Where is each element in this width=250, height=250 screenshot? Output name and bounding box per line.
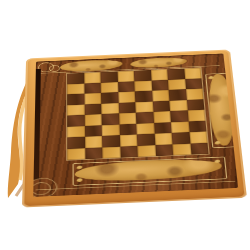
board-square (187, 110, 205, 122)
board-square (118, 91, 135, 102)
board-square (120, 146, 138, 158)
board-square (67, 137, 85, 149)
board-square (119, 134, 137, 146)
board-square (172, 143, 190, 155)
board-square (102, 135, 120, 147)
board-square (117, 81, 134, 92)
board-square (85, 147, 103, 159)
board-square (152, 90, 170, 101)
board-square (153, 111, 171, 123)
board-square (102, 124, 120, 136)
board-square (84, 83, 101, 94)
board-square (172, 132, 190, 144)
rosewood-frame (33, 53, 238, 196)
board-square (119, 123, 137, 135)
board-square (186, 88, 204, 99)
board-square (118, 102, 136, 113)
board-square (67, 104, 84, 115)
board-square (151, 80, 169, 91)
board-square (168, 79, 186, 90)
board-square (136, 112, 154, 124)
board-square (169, 89, 187, 100)
board-square (101, 113, 119, 125)
board-square (170, 110, 188, 122)
board-square (85, 136, 103, 148)
scroll-motif-small (49, 65, 60, 72)
board-square (102, 146, 120, 158)
photo-scene (0, 0, 250, 250)
board-square (101, 103, 118, 114)
board-square (154, 133, 172, 145)
board-square (154, 122, 172, 134)
board-square (185, 78, 203, 89)
board-square (137, 145, 155, 157)
board-square (171, 121, 189, 133)
board-square (189, 131, 207, 143)
board-square (136, 123, 154, 135)
board-square (67, 126, 84, 138)
table-top (22, 50, 247, 208)
board-square (84, 114, 101, 126)
board-square (119, 113, 137, 125)
board-square (101, 92, 118, 103)
board-square (67, 148, 85, 160)
board-square (84, 125, 102, 137)
board-square (188, 120, 206, 132)
board-square (101, 82, 118, 93)
board-square (67, 115, 84, 127)
board-square (67, 83, 84, 94)
board-square (137, 134, 155, 146)
board-square (186, 99, 204, 110)
chessboard (66, 67, 210, 160)
board-square (135, 91, 153, 102)
board-square (169, 100, 187, 111)
board-square (84, 93, 101, 104)
board-square (190, 143, 209, 155)
board-square (155, 144, 173, 156)
slide-groove (34, 69, 41, 180)
board-square (67, 94, 84, 105)
board-square (135, 101, 153, 112)
board-square (84, 103, 101, 114)
board-square (152, 100, 170, 111)
